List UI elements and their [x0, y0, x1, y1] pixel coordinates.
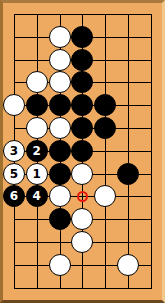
black-stone	[71, 26, 93, 48]
black-stone	[49, 94, 71, 116]
white-stone	[26, 117, 48, 139]
white-stone-move-5: 5	[3, 163, 25, 185]
black-stone	[71, 49, 93, 71]
white-stone	[117, 254, 139, 276]
white-stone	[49, 71, 71, 93]
white-stone	[71, 163, 93, 185]
black-stone	[49, 208, 71, 230]
black-stone	[71, 140, 93, 162]
black-stone	[71, 117, 93, 139]
white-stone-move-1: 1	[26, 163, 48, 185]
grid-line-horizontal	[14, 288, 152, 289]
black-stone	[117, 163, 139, 185]
white-stone	[49, 254, 71, 276]
white-stone	[49, 185, 71, 207]
black-stone	[49, 163, 71, 185]
go-board: 325164	[0, 0, 165, 303]
white-stone	[49, 49, 71, 71]
black-stone	[26, 94, 48, 116]
white-stone	[71, 208, 93, 230]
black-stone-move-4: 4	[26, 185, 48, 207]
white-stone-move-3: 3	[3, 140, 25, 162]
black-stone	[71, 94, 93, 116]
go-diagram: 325164	[0, 0, 165, 303]
black-stone	[94, 117, 116, 139]
white-stone	[49, 117, 71, 139]
black-stone	[49, 140, 71, 162]
white-stone	[94, 185, 116, 207]
white-stone	[49, 26, 71, 48]
grid-line-horizontal	[14, 14, 152, 15]
white-stone	[3, 94, 25, 116]
black-stone	[71, 71, 93, 93]
white-stone	[71, 231, 93, 253]
white-stone	[26, 71, 48, 93]
red-circle-marker	[77, 191, 88, 202]
black-stone	[94, 94, 116, 116]
black-stone-move-2: 2	[26, 140, 48, 162]
black-stone-move-6: 6	[3, 185, 25, 207]
